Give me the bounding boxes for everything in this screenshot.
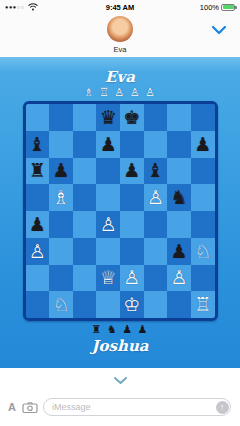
battery-percent: 100%	[200, 3, 219, 12]
square-e5[interactable]	[120, 184, 144, 211]
square-d8[interactable]: ♛	[96, 104, 120, 131]
square-a8[interactable]	[26, 104, 50, 131]
camera-icon[interactable]	[22, 402, 38, 413]
square-e8[interactable]: ♚	[120, 104, 144, 131]
square-b2[interactable]	[49, 265, 73, 292]
square-c3[interactable]	[73, 238, 97, 265]
square-f4[interactable]	[144, 211, 168, 238]
piece-white-pawn: ♙	[147, 188, 164, 207]
square-c6[interactable]	[73, 158, 97, 185]
send-arrow-icon: ↑	[220, 402, 225, 411]
square-c8[interactable]	[73, 104, 97, 131]
square-a7[interactable]: ♝	[26, 131, 50, 158]
square-d7[interactable]: ♟	[96, 131, 120, 158]
piece-black-pawn: ♟	[194, 134, 211, 153]
square-h3[interactable]: ♘	[191, 238, 215, 265]
square-d3[interactable]	[96, 238, 120, 265]
square-c2[interactable]	[73, 265, 97, 292]
square-g7[interactable]	[167, 131, 191, 158]
piece-black-pawn: ♟	[171, 241, 188, 260]
square-h1[interactable]: ♖	[191, 291, 215, 318]
captured-white-pieces: ♗ ♖ ♙ ♙ ♙	[84, 86, 156, 100]
piece-white-knight: ♘	[52, 295, 69, 314]
square-d1[interactable]	[96, 291, 120, 318]
piece-white-queen: ♕	[100, 268, 117, 287]
message-placeholder: iMessage	[52, 402, 91, 412]
square-b8[interactable]	[49, 104, 73, 131]
square-g1[interactable]	[167, 291, 191, 318]
square-f7[interactable]	[144, 131, 168, 158]
square-c5[interactable]	[73, 184, 97, 211]
square-a2[interactable]	[26, 265, 50, 292]
square-c1[interactable]	[73, 291, 97, 318]
square-a5[interactable]	[26, 184, 50, 211]
chess-game-bubble: Eva ♗ ♖ ♙ ♙ ♙ ♛♚♝♟♟♜♟♟♝♗♙♞♟♙♙♟♘♕♙♙♘♔♖ ♜ …	[0, 57, 240, 368]
square-h7[interactable]: ♟	[191, 131, 215, 158]
piece-black-queen: ♛	[100, 107, 117, 126]
piece-white-bishop: ♗	[52, 188, 69, 207]
square-f5[interactable]: ♙	[144, 184, 168, 211]
piece-white-knight: ♘	[194, 241, 211, 260]
player-name: Joshua	[91, 338, 148, 355]
square-g4[interactable]	[167, 211, 191, 238]
square-a3[interactable]: ♙	[26, 238, 50, 265]
square-b3[interactable]	[49, 238, 73, 265]
piece-white-pawn: ♙	[100, 214, 117, 233]
imessage-apps-icon[interactable]: A	[4, 401, 20, 413]
square-c7[interactable]	[73, 131, 97, 158]
piece-black-pawn: ♟	[123, 161, 140, 180]
piece-black-rook: ♜	[29, 161, 46, 180]
square-h2[interactable]	[191, 265, 215, 292]
piece-white-king: ♔	[123, 295, 140, 314]
square-e3[interactable]	[120, 238, 144, 265]
square-h8[interactable]	[191, 104, 215, 131]
square-d4[interactable]: ♙	[96, 211, 120, 238]
square-g2[interactable]: ♙	[167, 265, 191, 292]
piece-black-pawn: ♟	[29, 214, 46, 233]
piece-black-king: ♚	[123, 107, 140, 126]
piece-white-rook: ♖	[194, 295, 211, 314]
square-a1[interactable]	[26, 291, 50, 318]
square-b4[interactable]	[49, 211, 73, 238]
square-a6[interactable]: ♜	[26, 158, 50, 185]
message-composer: A iMessage ↑	[0, 394, 240, 420]
status-bar: ●●●○○ 9:45 AM 100%	[0, 0, 240, 14]
square-g5[interactable]: ♞	[167, 184, 191, 211]
square-f2[interactable]	[144, 265, 168, 292]
battery-icon	[221, 4, 235, 11]
square-e6[interactable]: ♟	[120, 158, 144, 185]
square-e4[interactable]	[120, 211, 144, 238]
piece-black-bishop: ♝	[29, 134, 46, 153]
conversation-header: Eva	[0, 14, 240, 57]
square-c4[interactable]	[73, 211, 97, 238]
piece-black-knight: ♞	[171, 188, 188, 207]
chevron-down-icon[interactable]	[212, 26, 226, 35]
square-f3[interactable]	[144, 238, 168, 265]
piece-white-pawn: ♙	[29, 241, 46, 260]
piece-black-pawn: ♟	[52, 161, 69, 180]
chess-board: ♛♚♝♟♟♜♟♟♝♗♙♞♟♙♙♟♘♕♙♙♘♔♖	[23, 101, 218, 321]
square-f1[interactable]	[144, 291, 168, 318]
send-button[interactable]: ↑	[216, 401, 229, 414]
captured-black-pieces: ♜ ♞ ♟ ♟	[92, 323, 149, 337]
square-b1[interactable]: ♘	[49, 291, 73, 318]
avatar[interactable]	[107, 16, 133, 42]
square-h5[interactable]	[191, 184, 215, 211]
square-d2[interactable]: ♕	[96, 265, 120, 292]
message-input[interactable]: iMessage ↑	[43, 398, 231, 416]
square-h6[interactable]	[191, 158, 215, 185]
square-g6[interactable]	[167, 158, 191, 185]
square-b5[interactable]: ♗	[49, 184, 73, 211]
contact-name: Eva	[0, 45, 240, 54]
opponent-name: Eva	[105, 69, 135, 86]
square-b7[interactable]	[49, 131, 73, 158]
square-g8[interactable]	[167, 104, 191, 131]
square-f6[interactable]: ♝	[144, 158, 168, 185]
square-g3[interactable]: ♟	[167, 238, 191, 265]
piece-white-pawn: ♙	[171, 268, 188, 287]
collapse-chevron-icon[interactable]	[114, 377, 127, 385]
square-f8[interactable]	[144, 104, 168, 131]
square-e2[interactable]: ♙	[120, 265, 144, 292]
square-d6[interactable]	[96, 158, 120, 185]
square-e1[interactable]: ♔	[120, 291, 144, 318]
piece-black-pawn: ♟	[100, 134, 117, 153]
square-b6[interactable]: ♟	[49, 158, 73, 185]
square-d5[interactable]	[96, 184, 120, 211]
piece-white-pawn: ♙	[123, 268, 140, 287]
piece-black-bishop: ♝	[147, 161, 164, 180]
square-a4[interactable]: ♟	[26, 211, 50, 238]
square-e7[interactable]	[120, 131, 144, 158]
square-h4[interactable]	[191, 211, 215, 238]
